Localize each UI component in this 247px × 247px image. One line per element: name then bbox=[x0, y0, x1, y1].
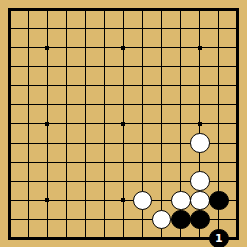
stone-white-j2[interactable] bbox=[152, 210, 172, 230]
stone-white-h3[interactable] bbox=[133, 191, 153, 211]
stone-white-l3[interactable] bbox=[190, 191, 210, 211]
stone-white-l4[interactable] bbox=[190, 171, 210, 191]
go-board: 1 bbox=[0, 0, 247, 247]
stone-black-k2[interactable] bbox=[171, 210, 191, 230]
stone-black-l2[interactable] bbox=[190, 210, 210, 230]
stone-black-m3[interactable] bbox=[209, 191, 229, 211]
stones-layer: 1 bbox=[0, 0, 247, 247]
stone-white-k3[interactable] bbox=[171, 191, 191, 211]
move-number-label: 1 bbox=[215, 233, 223, 244]
stone-white-l6[interactable] bbox=[190, 133, 210, 153]
stone-black-m1[interactable]: 1 bbox=[209, 229, 229, 247]
